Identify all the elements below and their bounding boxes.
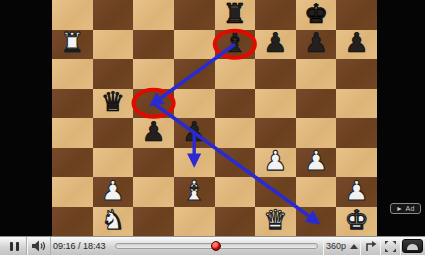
white-rook: ♜ (52, 29, 93, 58)
square-h2: ♟ (336, 177, 377, 207)
volume-button[interactable] (27, 237, 51, 255)
square-g8: ♚ (296, 0, 337, 30)
quality-label: 360p (326, 241, 346, 251)
chevron-up-icon (350, 244, 358, 249)
black-pawn: ♟ (255, 29, 296, 58)
square-d5 (174, 89, 215, 119)
pause-icon (10, 242, 13, 251)
square-e2 (215, 177, 256, 207)
square-f2 (255, 177, 296, 207)
square-c8 (133, 0, 174, 30)
square-a7: ♜ (52, 30, 93, 60)
square-d1 (174, 207, 215, 237)
square-f6 (255, 59, 296, 89)
dome-icon (402, 239, 423, 253)
square-b2: ♟ (93, 177, 134, 207)
pause-button[interactable] (2, 237, 27, 255)
square-f5 (255, 89, 296, 119)
square-h1: ♚ (336, 207, 377, 237)
square-a4 (52, 118, 93, 148)
square-e4 (215, 118, 256, 148)
square-c2 (133, 177, 174, 207)
square-f3: ♟ (255, 148, 296, 178)
square-a2 (52, 177, 93, 207)
square-g7: ♟ (296, 30, 337, 60)
square-b6 (93, 59, 134, 89)
square-f8 (255, 0, 296, 30)
black-rook: ♜ (215, 0, 256, 28)
progress-bar[interactable] (115, 243, 318, 249)
square-d3 (174, 148, 215, 178)
square-e1 (215, 207, 256, 237)
white-queen: ♛ (255, 206, 296, 235)
time-display: 09:16 / 18:43 (53, 237, 106, 255)
square-g1 (296, 207, 337, 237)
square-b4 (93, 118, 134, 148)
white-pawn: ♟ (336, 176, 377, 205)
square-g6 (296, 59, 337, 89)
black-queen: ♛ (93, 88, 134, 117)
square-h5 (336, 89, 377, 119)
resize-button[interactable] (360, 237, 381, 255)
white-knight: ♞ (93, 206, 134, 235)
square-g5 (296, 89, 337, 119)
chess-board: ♜♚♜♝♟♟♟♛♟♟♟♟♟♝♟♞♛♚ (52, 0, 377, 236)
square-b8 (93, 0, 134, 30)
square-d7 (174, 30, 215, 60)
square-d8 (174, 0, 215, 30)
white-king: ♚ (336, 206, 377, 235)
square-g3: ♟ (296, 148, 337, 178)
square-a1 (52, 207, 93, 237)
square-d4: ♟ (174, 118, 215, 148)
square-c6 (133, 59, 174, 89)
square-e6 (215, 59, 256, 89)
square-h4 (336, 118, 377, 148)
black-pawn: ♟ (174, 117, 215, 146)
square-e5 (215, 89, 256, 119)
square-e8: ♜ (215, 0, 256, 30)
resize-arrow-icon (364, 239, 378, 253)
pause-icon (16, 242, 19, 251)
square-e3 (215, 148, 256, 178)
square-c1 (133, 207, 174, 237)
black-pawn: ♟ (296, 29, 337, 58)
square-f7: ♟ (255, 30, 296, 60)
square-a8 (52, 0, 93, 30)
square-b3 (93, 148, 134, 178)
square-c7 (133, 30, 174, 60)
black-king: ♚ (296, 0, 337, 28)
black-bishop: ♝ (215, 29, 256, 58)
speaker-icon (31, 239, 47, 253)
square-b7 (93, 30, 134, 60)
progress-knob[interactable] (211, 241, 221, 251)
letterbox-left (0, 0, 52, 236)
white-pawn: ♟ (255, 147, 296, 176)
square-d6 (174, 59, 215, 89)
square-a6 (52, 59, 93, 89)
ad-button[interactable]: ► Ad (390, 203, 421, 214)
black-pawn: ♟ (133, 117, 174, 146)
square-c5 (133, 89, 174, 119)
player-mode-button[interactable] (400, 237, 424, 255)
square-f4 (255, 118, 296, 148)
square-a3 (52, 148, 93, 178)
white-bishop: ♝ (174, 176, 215, 205)
square-h6 (336, 59, 377, 89)
fullscreen-icon (384, 240, 397, 253)
square-h7: ♟ (336, 30, 377, 60)
square-a5 (52, 89, 93, 119)
fullscreen-button[interactable] (380, 237, 401, 255)
square-f1: ♛ (255, 207, 296, 237)
video-frame[interactable]: ♜♚♜♝♟♟♟♛♟♟♟♟♟♝♟♞♛♚ ► Ad (0, 0, 425, 236)
square-g4 (296, 118, 337, 148)
square-g2 (296, 177, 337, 207)
white-pawn: ♟ (93, 176, 134, 205)
black-pawn: ♟ (336, 29, 377, 58)
square-b5: ♛ (93, 89, 134, 119)
letterbox-right (377, 0, 425, 236)
white-pawn: ♟ (296, 147, 337, 176)
video-player: ♜♚♜♝♟♟♟♛♟♟♟♟♟♝♟♞♛♚ ► Ad 09:16 / 18:43 36… (0, 0, 425, 255)
square-c3 (133, 148, 174, 178)
square-h8 (336, 0, 377, 30)
control-bar: 09:16 / 18:43 360p (0, 236, 425, 255)
square-e7: ♝ (215, 30, 256, 60)
quality-button[interactable]: 360p (323, 237, 361, 255)
square-d2: ♝ (174, 177, 215, 207)
square-b1: ♞ (93, 207, 134, 237)
square-h3 (336, 148, 377, 178)
square-c4: ♟ (133, 118, 174, 148)
